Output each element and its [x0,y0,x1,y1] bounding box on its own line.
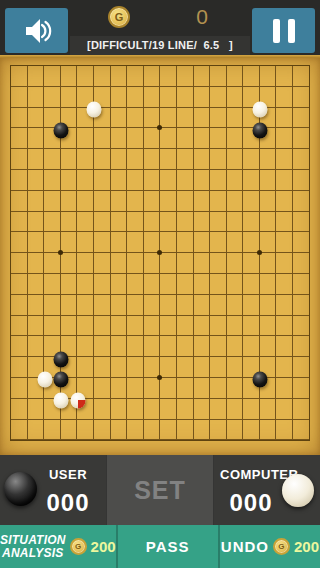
board-cell[interactable] [168,180,185,201]
board-cell[interactable] [268,201,285,222]
board-cell[interactable] [284,305,301,326]
board-cell[interactable] [268,159,285,180]
board-cell[interactable] [201,76,218,97]
board-cell[interactable] [268,325,285,346]
board-cell[interactable] [135,305,152,326]
board-cell[interactable] [185,325,202,346]
board-cell[interactable] [35,201,52,222]
board-cell[interactable] [2,284,19,305]
board-cell[interactable] [52,409,69,430]
board-cell[interactable] [201,367,218,388]
board-cell[interactable] [19,221,36,242]
board-cell[interactable] [52,118,69,139]
board-cell[interactable] [102,284,119,305]
board-cell[interactable] [201,201,218,222]
board-cell[interactable] [118,201,135,222]
board-cell[interactable] [35,221,52,242]
board-cell[interactable] [35,325,52,346]
board-cell[interactable] [69,305,86,326]
board-cell[interactable] [284,429,301,450]
set-button[interactable]: SET [106,455,214,525]
board-cell[interactable] [69,242,86,263]
board-cell[interactable] [135,325,152,346]
board-cell[interactable] [284,58,301,76]
board-cell[interactable] [268,409,285,430]
board-cell[interactable] [235,221,252,242]
board-cell[interactable] [235,138,252,159]
board-cell[interactable] [135,58,152,76]
board-cell[interactable] [168,305,185,326]
undo-button[interactable]: UNDO G 200 [218,525,320,568]
board-cell[interactable] [185,58,202,76]
board-cell[interactable] [185,118,202,139]
board-cell[interactable] [52,221,69,242]
board-cell[interactable] [135,367,152,388]
board-cell[interactable] [301,201,318,222]
board-cell[interactable] [218,58,235,76]
board-cell[interactable] [251,429,268,450]
board-cell[interactable] [19,409,36,430]
board-cell[interactable] [102,429,119,450]
board-cell[interactable] [185,263,202,284]
board-cell[interactable] [284,159,301,180]
board-cell[interactable] [118,429,135,450]
board-cell[interactable] [118,367,135,388]
board-cell[interactable] [235,284,252,305]
board-cell[interactable] [152,429,169,450]
board-cell[interactable] [235,58,252,76]
board-cell[interactable] [19,201,36,222]
board-cell[interactable] [35,159,52,180]
board-cell[interactable] [251,221,268,242]
board-cell[interactable] [284,409,301,430]
go-board[interactable] [0,58,320,455]
situation-analysis-button[interactable]: SITUATION ANALYSIS G 200 [0,525,116,568]
board-cell[interactable] [301,242,318,263]
board-cell[interactable] [69,409,86,430]
board-cell[interactable] [52,429,69,450]
board-cell[interactable] [284,201,301,222]
board-cell[interactable] [135,97,152,118]
board-cell[interactable] [19,263,36,284]
board-cell[interactable] [19,325,36,346]
board-cell[interactable] [235,118,252,139]
board-cell[interactable] [284,388,301,409]
board-cell[interactable] [168,429,185,450]
board-cell[interactable] [152,409,169,430]
board-cell[interactable] [52,180,69,201]
board-cell[interactable] [251,242,268,263]
board-cell[interactable] [218,221,235,242]
board-cell[interactable] [85,305,102,326]
board-cell[interactable] [152,221,169,242]
board-cell[interactable] [69,58,86,76]
board-cell[interactable] [301,180,318,201]
board-cell[interactable] [35,429,52,450]
board-cell[interactable] [2,138,19,159]
board-cell[interactable] [85,118,102,139]
board-cell[interactable] [52,242,69,263]
board-cell[interactable] [52,159,69,180]
board-cell[interactable] [168,388,185,409]
board-cell[interactable] [251,76,268,97]
board-cell[interactable] [201,284,218,305]
board-cell[interactable] [201,305,218,326]
pass-button[interactable]: PASS [116,525,218,568]
board-cell[interactable] [19,367,36,388]
board-cell[interactable] [301,409,318,430]
board-cell[interactable] [118,58,135,76]
board-cell[interactable] [201,138,218,159]
board-cell[interactable] [152,138,169,159]
board-cell[interactable] [268,221,285,242]
board-cell[interactable] [201,97,218,118]
board-cell[interactable] [135,201,152,222]
board-cell[interactable] [135,180,152,201]
board-cell[interactable] [135,76,152,97]
board-cell[interactable] [152,201,169,222]
board-cell[interactable] [185,180,202,201]
board-cell[interactable] [69,429,86,450]
board-cell[interactable] [2,409,19,430]
board-cell[interactable] [218,138,235,159]
board-cell[interactable] [19,429,36,450]
board-cell[interactable] [35,388,52,409]
board-cell[interactable] [35,263,52,284]
board-cell[interactable] [85,58,102,76]
board-cell[interactable] [102,201,119,222]
board-cell[interactable] [152,367,169,388]
board-cell[interactable] [152,263,169,284]
board-cell[interactable] [218,118,235,139]
board-cell[interactable] [201,346,218,367]
board-cell[interactable] [118,263,135,284]
board-cell[interactable] [168,263,185,284]
board-cell[interactable] [85,284,102,305]
board-cell[interactable] [69,201,86,222]
board-cell[interactable] [301,305,318,326]
board-cell[interactable] [2,221,19,242]
board-cell[interactable] [268,284,285,305]
board-cell[interactable] [69,138,86,159]
board-cell[interactable] [152,305,169,326]
board-cell[interactable] [19,284,36,305]
board-cell[interactable] [168,325,185,346]
board-cell[interactable] [102,180,119,201]
board-cell[interactable] [284,242,301,263]
board-cell[interactable] [185,201,202,222]
board-cell[interactable] [118,180,135,201]
board-cell[interactable] [168,58,185,76]
board-cell[interactable] [251,263,268,284]
board-cell[interactable] [152,388,169,409]
board-cell[interactable] [152,346,169,367]
board-cell[interactable] [185,76,202,97]
board-cell[interactable] [135,284,152,305]
board-cell[interactable] [118,76,135,97]
board-cell[interactable] [2,367,19,388]
board-cell[interactable] [218,346,235,367]
board-cell[interactable] [301,221,318,242]
board-cell[interactable] [2,263,19,284]
board-cell[interactable] [268,388,285,409]
board-cell[interactable] [102,118,119,139]
board-cell[interactable] [118,305,135,326]
board-cell[interactable] [235,388,252,409]
board-cell[interactable] [85,138,102,159]
board-cell[interactable] [201,325,218,346]
board-cell[interactable] [69,159,86,180]
board-cell[interactable] [168,346,185,367]
board-cell[interactable] [268,242,285,263]
board-cell[interactable] [201,409,218,430]
board-cell[interactable] [118,284,135,305]
board-cell[interactable] [218,429,235,450]
board-cell[interactable] [185,284,202,305]
board-cell[interactable] [284,138,301,159]
board-cell[interactable] [2,97,19,118]
board-cell[interactable] [168,118,185,139]
board-cell[interactable] [235,325,252,346]
board-cell[interactable] [69,284,86,305]
board-cell[interactable] [218,180,235,201]
board-cell[interactable] [35,138,52,159]
board-cell[interactable] [185,409,202,430]
board-cell[interactable] [218,76,235,97]
board-cell[interactable] [52,367,69,388]
board-cell[interactable] [69,325,86,346]
board-cell[interactable] [2,305,19,326]
board-cell[interactable] [235,242,252,263]
board-cell[interactable] [185,429,202,450]
board-cell[interactable] [2,242,19,263]
board-cell[interactable] [301,263,318,284]
board-cell[interactable] [201,388,218,409]
board-cell[interactable] [185,221,202,242]
board-cell[interactable] [102,76,119,97]
board-cell[interactable] [301,429,318,450]
board-cell[interactable] [85,388,102,409]
board-cell[interactable] [19,58,36,76]
board-cell[interactable] [2,429,19,450]
board-cell[interactable] [118,409,135,430]
board-cell[interactable] [284,346,301,367]
board-cell[interactable] [19,118,36,139]
board-cell[interactable] [85,263,102,284]
board-cell[interactable] [301,388,318,409]
board-cell[interactable] [218,201,235,222]
board-cell[interactable] [185,367,202,388]
board-cell[interactable] [185,346,202,367]
board-cell[interactable] [235,367,252,388]
board-cell[interactable] [185,388,202,409]
board-cell[interactable] [235,263,252,284]
board-cell[interactable] [52,284,69,305]
board-cell[interactable] [251,180,268,201]
board-cell[interactable] [2,180,19,201]
board-cell[interactable] [135,429,152,450]
board-cell[interactable] [69,76,86,97]
board-cell[interactable] [168,76,185,97]
board-cell[interactable] [251,201,268,222]
board-cell[interactable] [251,118,268,139]
board-cell[interactable] [168,201,185,222]
board-cell[interactable] [102,305,119,326]
board-cell[interactable] [2,118,19,139]
board-cell[interactable] [135,409,152,430]
board-cell[interactable] [52,201,69,222]
board-cell[interactable] [2,159,19,180]
board-cell[interactable] [268,263,285,284]
board-cell[interactable] [2,388,19,409]
board-cell[interactable] [85,325,102,346]
board-cell[interactable] [235,346,252,367]
board-cell[interactable] [35,180,52,201]
board-cell[interactable] [168,284,185,305]
board-cell[interactable] [235,429,252,450]
board-cell[interactable] [35,367,52,388]
board-cell[interactable] [268,346,285,367]
board-cell[interactable] [152,242,169,263]
board-cell[interactable] [102,221,119,242]
board-cell[interactable] [235,180,252,201]
sound-button[interactable] [5,8,68,53]
board-cell[interactable] [52,58,69,76]
board-cell[interactable] [69,118,86,139]
board-cell[interactable] [52,305,69,326]
board-cell[interactable] [118,388,135,409]
board-cell[interactable] [301,367,318,388]
board-cell[interactable] [2,58,19,76]
board-cell[interactable] [35,118,52,139]
board-cell[interactable] [69,97,86,118]
board-cell[interactable] [135,221,152,242]
board-cell[interactable] [235,305,252,326]
board-cell[interactable] [251,138,268,159]
board-cell[interactable] [52,76,69,97]
board-cell[interactable] [35,242,52,263]
board-cell[interactable] [168,97,185,118]
board-cell[interactable] [168,138,185,159]
board-cell[interactable] [19,305,36,326]
board-cell[interactable] [201,263,218,284]
board-cell[interactable] [251,97,268,118]
board-cell[interactable] [218,367,235,388]
board-cell[interactable] [19,76,36,97]
board-cell[interactable] [251,409,268,430]
board-cell[interactable] [19,138,36,159]
board-cell[interactable] [85,242,102,263]
board-cell[interactable] [284,263,301,284]
board-cell[interactable] [284,325,301,346]
board-cell[interactable] [102,138,119,159]
pause-button[interactable] [252,8,315,53]
board-cell[interactable] [235,76,252,97]
board-cell[interactable] [168,367,185,388]
board-cell[interactable] [52,97,69,118]
board-cell[interactable] [185,305,202,326]
board-cell[interactable] [185,242,202,263]
board-cell[interactable] [135,346,152,367]
board-cell[interactable] [201,221,218,242]
board-cell[interactable] [235,159,252,180]
board-cell[interactable] [52,325,69,346]
board-cell[interactable] [19,97,36,118]
board-cell[interactable] [251,325,268,346]
board-cell[interactable] [301,325,318,346]
board-cell[interactable] [251,305,268,326]
board-cell[interactable] [152,159,169,180]
board-cell[interactable] [135,388,152,409]
board-cell[interactable] [85,201,102,222]
board-cell[interactable] [268,76,285,97]
board-cell[interactable] [218,325,235,346]
board-cell[interactable] [85,97,102,118]
board-cell[interactable] [284,284,301,305]
board-cell[interactable] [118,325,135,346]
board-cell[interactable] [102,242,119,263]
board-cell[interactable] [85,221,102,242]
board-cell[interactable] [102,367,119,388]
board-cell[interactable] [152,325,169,346]
board-cell[interactable] [102,325,119,346]
board-cell[interactable] [218,409,235,430]
board-cell[interactable] [251,284,268,305]
board-cell[interactable] [284,118,301,139]
board-cell[interactable] [118,97,135,118]
board-cell[interactable] [85,159,102,180]
board-cell[interactable] [152,284,169,305]
board-cell[interactable] [235,97,252,118]
board-cell[interactable] [301,284,318,305]
board-cell[interactable] [152,58,169,76]
board-cell[interactable] [218,159,235,180]
board-cell[interactable] [2,325,19,346]
board-cell[interactable] [85,367,102,388]
board-cell[interactable] [2,76,19,97]
board-cell[interactable] [152,97,169,118]
board-cell[interactable] [201,242,218,263]
board-cell[interactable] [118,118,135,139]
board-cell[interactable] [69,346,86,367]
board-cell[interactable] [2,201,19,222]
board-cell[interactable] [284,76,301,97]
board-cell[interactable] [35,97,52,118]
board-cell[interactable] [69,221,86,242]
board-cell[interactable] [268,118,285,139]
board-cell[interactable] [85,180,102,201]
board-cell[interactable] [102,97,119,118]
board-cell[interactable] [251,388,268,409]
board-cell[interactable] [284,221,301,242]
board-cell[interactable] [152,118,169,139]
board-cell[interactable] [268,305,285,326]
board-cell[interactable] [118,242,135,263]
board-cell[interactable] [102,263,119,284]
board-cell[interactable] [52,346,69,367]
board-cell[interactable] [301,76,318,97]
board-cell[interactable] [35,58,52,76]
board-cell[interactable] [284,367,301,388]
board-cell[interactable] [185,97,202,118]
board-cell[interactable] [218,97,235,118]
board-cell[interactable] [35,346,52,367]
board-cell[interactable] [35,305,52,326]
board-cell[interactable] [135,159,152,180]
board-cell[interactable] [102,409,119,430]
board-cell[interactable] [251,58,268,76]
board-cell[interactable] [218,242,235,263]
